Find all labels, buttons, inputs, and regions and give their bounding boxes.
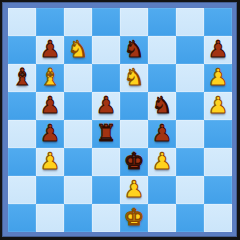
square-a7[interactable] bbox=[8, 36, 36, 64]
square-b3[interactable]: ♟ bbox=[36, 148, 64, 176]
square-d1[interactable] bbox=[92, 204, 120, 232]
yellow-pawn-f3[interactable]: ♟ bbox=[152, 147, 173, 175]
square-c3[interactable] bbox=[64, 148, 92, 176]
red-bishop-a6[interactable]: ♝ bbox=[12, 63, 33, 91]
square-e7[interactable]: ♞ bbox=[120, 36, 148, 64]
yellow-king-e1[interactable]: ♚ bbox=[124, 203, 145, 231]
square-a1[interactable] bbox=[8, 204, 36, 232]
square-b5[interactable]: ♟ bbox=[36, 92, 64, 120]
chess-app-window: ♟♞♞♟♝♝♞♟♟♟♞♟♟♜♟♟♚♟♟♚ bbox=[0, 0, 240, 240]
red-knight-e7[interactable]: ♞ bbox=[124, 35, 145, 63]
square-d6[interactable] bbox=[92, 64, 120, 92]
square-e6[interactable]: ♞ bbox=[120, 64, 148, 92]
square-a2[interactable] bbox=[8, 176, 36, 204]
square-g2[interactable] bbox=[176, 176, 204, 204]
square-b4[interactable]: ♟ bbox=[36, 120, 64, 148]
square-h1[interactable] bbox=[204, 204, 232, 232]
square-b7[interactable]: ♟ bbox=[36, 36, 64, 64]
square-f3[interactable]: ♟ bbox=[148, 148, 176, 176]
red-king-e3[interactable]: ♚ bbox=[124, 147, 145, 175]
square-d2[interactable] bbox=[92, 176, 120, 204]
square-a5[interactable] bbox=[8, 92, 36, 120]
square-c2[interactable] bbox=[64, 176, 92, 204]
square-h5[interactable]: ♟ bbox=[204, 92, 232, 120]
square-d4[interactable]: ♜ bbox=[92, 120, 120, 148]
square-c1[interactable] bbox=[64, 204, 92, 232]
red-pawn-d5[interactable]: ♟ bbox=[96, 91, 117, 119]
red-knight-f5[interactable]: ♞ bbox=[152, 91, 173, 119]
square-c7[interactable]: ♞ bbox=[64, 36, 92, 64]
square-a6[interactable]: ♝ bbox=[8, 64, 36, 92]
square-c8[interactable] bbox=[64, 8, 92, 36]
square-g4[interactable] bbox=[176, 120, 204, 148]
square-d8[interactable] bbox=[92, 8, 120, 36]
square-e5[interactable] bbox=[120, 92, 148, 120]
square-b8[interactable] bbox=[36, 8, 64, 36]
square-f2[interactable] bbox=[148, 176, 176, 204]
square-a3[interactable] bbox=[8, 148, 36, 176]
yellow-pawn-b3[interactable]: ♟ bbox=[40, 147, 61, 175]
red-pawn-f4[interactable]: ♟ bbox=[152, 119, 173, 147]
square-e1[interactable]: ♚ bbox=[120, 204, 148, 232]
square-e3[interactable]: ♚ bbox=[120, 148, 148, 176]
square-a4[interactable] bbox=[8, 120, 36, 148]
square-f7[interactable] bbox=[148, 36, 176, 64]
square-b2[interactable] bbox=[36, 176, 64, 204]
square-b1[interactable] bbox=[36, 204, 64, 232]
square-c6[interactable] bbox=[64, 64, 92, 92]
square-a8[interactable] bbox=[8, 8, 36, 36]
red-rook-d4[interactable]: ♜ bbox=[96, 119, 117, 147]
square-h2[interactable] bbox=[204, 176, 232, 204]
square-h4[interactable] bbox=[204, 120, 232, 148]
red-pawn-b5[interactable]: ♟ bbox=[40, 91, 61, 119]
square-b6[interactable]: ♝ bbox=[36, 64, 64, 92]
square-g8[interactable] bbox=[176, 8, 204, 36]
square-d5[interactable]: ♟ bbox=[92, 92, 120, 120]
chess-board: ♟♞♞♟♝♝♞♟♟♟♞♟♟♜♟♟♚♟♟♚ bbox=[8, 8, 232, 232]
square-g6[interactable] bbox=[176, 64, 204, 92]
square-g5[interactable] bbox=[176, 92, 204, 120]
yellow-pawn-e2[interactable]: ♟ bbox=[124, 175, 145, 203]
square-f4[interactable]: ♟ bbox=[148, 120, 176, 148]
board-frame: ♟♞♞♟♝♝♞♟♟♟♞♟♟♜♟♟♚♟♟♚ bbox=[2, 2, 237, 237]
square-f6[interactable] bbox=[148, 64, 176, 92]
square-e8[interactable] bbox=[120, 8, 148, 36]
yellow-pawn-h5[interactable]: ♟ bbox=[208, 91, 229, 119]
square-f5[interactable]: ♞ bbox=[148, 92, 176, 120]
square-h8[interactable] bbox=[204, 8, 232, 36]
yellow-knight-e6[interactable]: ♞ bbox=[124, 63, 145, 91]
square-c5[interactable] bbox=[64, 92, 92, 120]
square-h6[interactable]: ♟ bbox=[204, 64, 232, 92]
square-h3[interactable] bbox=[204, 148, 232, 176]
square-c4[interactable] bbox=[64, 120, 92, 148]
square-f1[interactable] bbox=[148, 204, 176, 232]
red-pawn-h7[interactable]: ♟ bbox=[208, 35, 229, 63]
square-e4[interactable] bbox=[120, 120, 148, 148]
square-d7[interactable] bbox=[92, 36, 120, 64]
red-pawn-b7[interactable]: ♟ bbox=[40, 35, 61, 63]
yellow-bishop-b6[interactable]: ♝ bbox=[40, 63, 61, 91]
square-h7[interactable]: ♟ bbox=[204, 36, 232, 64]
red-pawn-b4[interactable]: ♟ bbox=[40, 119, 61, 147]
square-g7[interactable] bbox=[176, 36, 204, 64]
yellow-knight-c7[interactable]: ♞ bbox=[68, 35, 89, 63]
square-f8[interactable] bbox=[148, 8, 176, 36]
square-g3[interactable] bbox=[176, 148, 204, 176]
yellow-pawn-h6[interactable]: ♟ bbox=[208, 63, 229, 91]
square-d3[interactable] bbox=[92, 148, 120, 176]
square-g1[interactable] bbox=[176, 204, 204, 232]
square-e2[interactable]: ♟ bbox=[120, 176, 148, 204]
